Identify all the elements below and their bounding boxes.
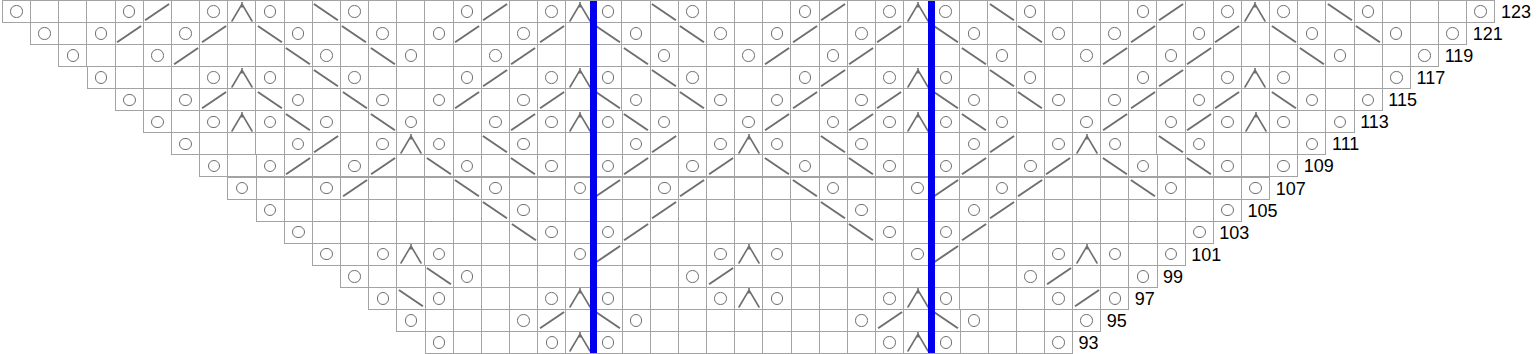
k2tog-icon	[990, 135, 1015, 153]
yarn-over-icon	[1052, 248, 1065, 261]
ssk-icon	[455, 179, 480, 197]
chart-cell	[285, 222, 312, 243]
ssk-icon	[596, 312, 621, 330]
chart-cell	[313, 45, 340, 66]
chart-cell	[510, 288, 537, 309]
yarn-over-icon	[855, 204, 868, 217]
chart-cell	[876, 288, 903, 309]
chart-cell	[116, 1, 143, 22]
yarn-over-icon	[377, 292, 390, 305]
chart-row	[2, 0, 1495, 23]
yarn-over-icon	[207, 116, 220, 129]
chart-cell	[707, 178, 734, 199]
chart-cell	[848, 45, 875, 66]
chart-cell	[1298, 67, 1325, 88]
chart-row	[58, 44, 1439, 67]
row-number: 113	[1360, 113, 1389, 131]
chart-cell	[1242, 178, 1269, 199]
central-double-decrease-icon	[229, 2, 255, 22]
chart-cell	[454, 155, 481, 176]
chart-cell	[256, 89, 283, 110]
central-double-decrease-icon	[567, 112, 593, 132]
chart-cell	[341, 111, 368, 132]
central-double-decrease-icon	[1074, 134, 1100, 154]
yarn-over-icon	[1306, 138, 1319, 151]
yarn-over-icon	[883, 116, 896, 129]
chart-cell	[313, 222, 340, 243]
chart-row	[115, 88, 1383, 111]
chart-cell	[1045, 133, 1072, 154]
yarn-over-icon	[968, 138, 981, 151]
chart-cell	[1101, 222, 1128, 243]
k2tog-icon	[877, 25, 902, 43]
yarn-over-icon	[883, 336, 896, 349]
k2tog-icon	[595, 179, 620, 197]
chart-cell	[285, 178, 312, 199]
k2tog-icon	[849, 47, 874, 65]
chart-cell	[397, 89, 424, 110]
k2tog-icon	[145, 3, 170, 21]
chart-cell	[341, 244, 368, 265]
chart-cell	[1101, 178, 1128, 199]
chart-cell	[707, 133, 734, 154]
yarn-over-icon	[742, 49, 755, 62]
chart-cell	[538, 133, 565, 154]
repeat-marker-line	[928, 1, 935, 353]
chart-cell	[144, 89, 171, 110]
chart-cell	[622, 23, 649, 44]
chart-cell	[1073, 178, 1100, 199]
chart-cell	[989, 310, 1016, 331]
k2tog-icon	[483, 3, 508, 21]
chart-cell	[454, 266, 481, 287]
chart-cell	[679, 200, 706, 221]
k2tog-icon	[342, 179, 367, 197]
chart-cell	[594, 155, 621, 176]
chart-cell	[989, 222, 1016, 243]
chart-cell	[1017, 288, 1044, 309]
k2tog-icon	[652, 201, 677, 219]
chart-cell	[397, 67, 424, 88]
ssk-icon	[764, 157, 789, 175]
chart-cell	[735, 23, 762, 44]
chart-cell	[876, 67, 903, 88]
chart-cell	[1214, 111, 1241, 132]
chart-cell	[651, 266, 678, 287]
chart-cell	[1383, 1, 1410, 22]
chart-cell	[989, 266, 1016, 287]
chart-cell	[932, 222, 959, 243]
ssk-icon	[370, 47, 395, 65]
chart-cell	[425, 178, 452, 199]
chart-cell	[763, 1, 790, 22]
chart-cell	[482, 155, 509, 176]
chart-cell	[144, 111, 171, 132]
chart-row	[368, 287, 1129, 310]
chart-cell	[510, 155, 537, 176]
chart-cell	[876, 89, 903, 110]
k2tog-icon	[1158, 3, 1183, 21]
chart-cell	[622, 67, 649, 88]
k2tog-icon	[792, 25, 817, 43]
chart-cell	[538, 67, 565, 88]
k2tog-icon	[990, 201, 1015, 219]
chart-cell	[594, 23, 621, 44]
ssk-icon	[427, 267, 452, 285]
chart-cell	[426, 288, 453, 309]
chart-cell	[200, 155, 227, 176]
chart-cell	[538, 288, 565, 309]
k2tog-icon	[1074, 290, 1099, 308]
chart-cell	[538, 310, 565, 331]
chart-cell	[791, 155, 818, 176]
chart-cell	[679, 23, 706, 44]
chart-cell	[228, 23, 255, 44]
yarn-over-icon	[1024, 160, 1037, 173]
yarn-over-icon	[883, 5, 896, 18]
ssk-icon	[595, 91, 620, 109]
chart-cell	[623, 133, 650, 154]
chart-cell	[482, 266, 509, 287]
yarn-over-icon	[855, 94, 868, 107]
yarn-over-icon	[1306, 94, 1319, 107]
chart-cell	[257, 178, 284, 199]
ssk-icon	[483, 135, 508, 153]
k2tog-icon	[201, 25, 226, 43]
yarn-over-icon	[1277, 116, 1290, 129]
chart-cell	[1242, 45, 1269, 66]
chart-cell	[228, 89, 255, 110]
chart-cell	[1186, 1, 1213, 22]
chart-cell	[876, 23, 903, 44]
yarn-over-icon	[574, 248, 587, 261]
chart-cell	[285, 111, 312, 132]
chart-cell	[200, 23, 227, 44]
yarn-over-icon	[376, 94, 389, 107]
k2tog-icon	[1130, 25, 1155, 43]
chart-cell	[538, 200, 565, 221]
chart-cell	[904, 45, 931, 66]
k2tog-icon	[764, 47, 789, 65]
chart-cell	[1411, 1, 1438, 22]
chart-cell	[425, 155, 452, 176]
chart-cell	[960, 288, 987, 309]
chart-cell	[989, 155, 1016, 176]
chart-cell	[989, 111, 1016, 132]
chart-cell	[228, 67, 255, 88]
chart-cell	[144, 23, 171, 44]
yarn-over-icon	[1193, 27, 1206, 40]
chart-cell	[256, 23, 283, 44]
chart-cell	[594, 244, 621, 265]
chart-cell	[735, 178, 762, 199]
chart-cell	[707, 244, 734, 265]
chart-cell	[1101, 23, 1128, 44]
yarn-over-icon	[855, 27, 868, 40]
chart-cell	[932, 244, 959, 265]
yarn-over-icon	[433, 248, 446, 261]
chart-cell	[1326, 111, 1353, 132]
chart-cell	[1045, 222, 1072, 243]
yarn-over-icon	[1390, 27, 1403, 40]
yarn-over-icon	[545, 5, 558, 18]
yarn-over-icon	[883, 292, 896, 305]
chart-cell	[1214, 178, 1241, 199]
k2tog-icon	[539, 91, 564, 109]
yarn-over-icon	[405, 314, 418, 327]
chart-cell	[848, 178, 875, 199]
chart-cell	[594, 288, 621, 309]
chart-cell	[87, 45, 114, 66]
chart-cell	[257, 200, 284, 221]
chart-cell	[397, 288, 424, 309]
chart-cell	[59, 45, 86, 66]
chart-cell	[1186, 45, 1213, 66]
chart-cell	[369, 288, 396, 309]
chart-cell	[876, 45, 903, 66]
yarn-over-icon	[686, 160, 699, 173]
yarn-over-icon	[38, 27, 51, 40]
k2tog-icon	[539, 312, 564, 330]
chart-cell	[482, 310, 509, 331]
central-double-decrease-icon	[1242, 68, 1268, 88]
yarn-over-icon	[714, 27, 727, 40]
yarn-over-icon	[686, 5, 699, 18]
yarn-over-icon	[714, 94, 727, 107]
chart-cell	[932, 45, 959, 66]
chart-cell	[679, 288, 706, 309]
yarn-over-icon	[799, 71, 812, 84]
chart-cell	[1045, 89, 1072, 110]
chart-cell	[1186, 133, 1213, 154]
yarn-over-icon	[320, 49, 333, 62]
chart-row	[340, 265, 1158, 288]
row-number: 103	[1219, 224, 1249, 242]
chart-cell	[1298, 133, 1325, 154]
ssk-icon	[990, 69, 1015, 87]
central-double-decrease-icon	[905, 332, 931, 352]
yarn-over-icon	[996, 182, 1009, 195]
chart-cell	[200, 67, 227, 88]
chart-cell	[820, 89, 847, 110]
ssk-icon	[849, 157, 874, 175]
chart-cell	[538, 23, 565, 44]
chart-cell	[1129, 111, 1156, 132]
chart-row	[87, 66, 1411, 89]
yarn-over-icon	[348, 5, 361, 18]
yarn-over-icon	[348, 270, 361, 283]
chart-cell	[791, 200, 818, 221]
chart-cell	[594, 1, 621, 22]
ssk-icon	[1018, 25, 1043, 43]
chart-cell	[1017, 244, 1044, 265]
chart-cell	[482, 222, 509, 243]
chart-row	[171, 132, 1326, 155]
chart-cell	[791, 89, 818, 110]
yarn-over-icon	[630, 138, 643, 151]
ssk-icon	[1271, 91, 1296, 109]
chart-cell	[454, 222, 481, 243]
chart-cell	[1242, 23, 1269, 44]
yarn-over-icon	[1277, 71, 1290, 84]
chart-cell	[651, 111, 678, 132]
yarn-over-icon	[799, 5, 812, 18]
ssk-icon	[680, 91, 705, 109]
yarn-over-icon	[1165, 49, 1178, 62]
chart-cell	[848, 222, 875, 243]
chart-cell	[482, 133, 509, 154]
chart-cell	[482, 89, 509, 110]
chart-cell	[1101, 45, 1128, 66]
yarn-over-icon	[179, 94, 192, 107]
chart-cell	[397, 155, 424, 176]
chart-cell	[172, 89, 199, 110]
chart-cell	[59, 1, 86, 22]
yarn-over-icon	[151, 49, 164, 62]
yarn-over-icon	[883, 160, 896, 173]
chart-cell	[1326, 89, 1353, 110]
k2tog-icon	[1130, 91, 1155, 109]
chart-row	[425, 331, 1074, 354]
chart-cell	[791, 23, 818, 44]
chart-cell	[1073, 222, 1100, 243]
chart-cell	[510, 1, 537, 22]
k2tog-icon	[933, 179, 958, 197]
yarn-over-icon	[968, 314, 981, 327]
chart-cell	[1017, 178, 1044, 199]
chart-cell	[848, 133, 875, 154]
yarn-over-icon	[1193, 138, 1206, 151]
chart-cell	[651, 310, 678, 331]
chart-cell	[1073, 310, 1100, 331]
yarn-over-icon	[855, 314, 868, 327]
chart-cell	[426, 266, 453, 287]
yarn-over-icon	[911, 182, 924, 195]
yarn-over-icon	[292, 138, 305, 151]
chart-cell	[988, 1, 1015, 22]
ssk-icon	[933, 312, 958, 330]
chart-cell	[791, 45, 818, 66]
chart-cell	[594, 133, 621, 154]
chart-row	[312, 243, 1186, 266]
yarn-over-icon	[320, 116, 333, 129]
chart-cell	[735, 244, 762, 265]
chart-cell	[1129, 178, 1156, 199]
chart-cell	[679, 111, 706, 132]
chart-row	[30, 22, 1467, 45]
chart-cell	[932, 89, 959, 110]
chart-cell	[1017, 45, 1044, 66]
chart-cell	[1017, 67, 1044, 88]
yarn-over-icon	[151, 116, 164, 129]
chart-cell	[820, 244, 847, 265]
chart-cell	[313, 111, 340, 132]
chart-cell	[482, 178, 509, 199]
yarn-over-icon	[883, 71, 896, 84]
chart-cell	[397, 1, 424, 22]
chart-cell	[397, 111, 424, 132]
chart-cell	[876, 1, 903, 22]
k2tog-icon	[370, 157, 395, 175]
ssk-icon	[793, 179, 818, 197]
yarn-over-icon	[996, 116, 1009, 129]
chart-cell	[285, 200, 312, 221]
chart-cell	[341, 178, 368, 199]
chart-cell	[200, 111, 227, 132]
chart-cell	[820, 155, 847, 176]
chart-cell	[848, 1, 875, 22]
chart-cell	[960, 244, 987, 265]
chart-cell	[1017, 133, 1044, 154]
chart-cell	[1045, 310, 1072, 331]
ssk-icon	[652, 69, 677, 87]
chart-cell	[848, 67, 875, 88]
chart-cell	[1214, 89, 1241, 110]
yarn-over-icon	[292, 94, 305, 107]
chart-cell	[679, 244, 706, 265]
yarn-over-icon	[939, 5, 952, 18]
chart-cell	[792, 244, 819, 265]
chart-cell	[369, 178, 396, 199]
chart-cell	[369, 1, 396, 22]
chart-cell	[1158, 222, 1185, 243]
chart-cell	[510, 111, 537, 132]
chart-cell	[932, 332, 959, 353]
chart-cell	[1073, 1, 1100, 22]
central-double-decrease-icon	[905, 68, 931, 88]
chart-cell	[87, 1, 114, 22]
ssk-icon	[1327, 3, 1352, 21]
yarn-over-icon	[771, 292, 784, 305]
chart-cell	[763, 155, 790, 176]
chart-cell	[1298, 111, 1325, 132]
chart-cell	[1214, 23, 1241, 44]
yarn-over-icon	[1221, 204, 1234, 217]
yarn-over-icon	[1024, 270, 1037, 283]
chart-cell	[87, 23, 114, 44]
chart-cell	[116, 23, 143, 44]
yarn-over-icon	[827, 49, 840, 62]
chart-cell	[369, 133, 396, 154]
k2tog-icon	[1215, 91, 1240, 109]
k2tog-icon	[1215, 25, 1240, 43]
yarn-over-icon	[207, 5, 220, 18]
chart-cell	[1045, 178, 1072, 199]
chart-cell	[989, 178, 1016, 199]
chart-cell	[31, 1, 58, 22]
chart-cell	[425, 23, 452, 44]
k2tog-icon	[821, 69, 846, 87]
row-number: 101	[1191, 246, 1221, 264]
chart-cell	[228, 111, 255, 132]
chart-cell	[1073, 266, 1100, 287]
k2tog-icon	[1046, 157, 1071, 175]
chart-cell	[369, 222, 396, 243]
chart-row	[256, 199, 1242, 222]
chart-cell	[200, 89, 227, 110]
yarn-over-icon	[433, 336, 446, 349]
yarn-over-icon	[1165, 248, 1178, 261]
yarn-over-icon	[1277, 5, 1290, 18]
chart-cell	[285, 45, 312, 66]
central-double-decrease-icon	[736, 134, 762, 154]
chart-cell	[482, 45, 509, 66]
chart-cell	[820, 222, 847, 243]
k2tog-icon	[286, 157, 311, 175]
row-number: 123	[1501, 3, 1531, 21]
chart-cell	[707, 310, 734, 331]
chart-cell	[904, 1, 931, 22]
